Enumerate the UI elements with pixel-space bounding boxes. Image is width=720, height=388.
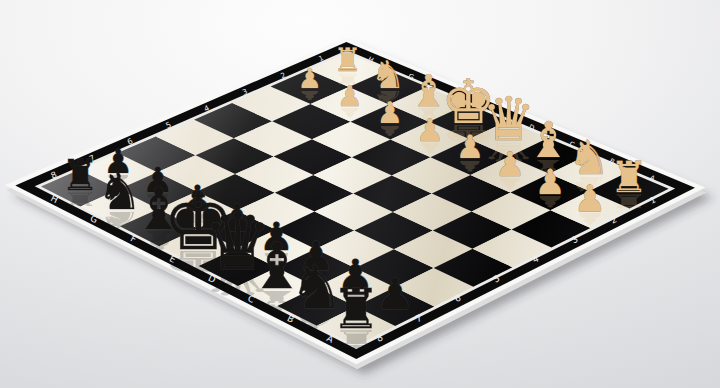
piece-white-pawn-b2[interactable]: ♟ [534,162,565,202]
piece-white-knight-g1[interactable]: ♞ [371,52,406,97]
piece-white-pawn-d2[interactable]: ♟ [455,128,484,166]
piece-white-pawn-h2[interactable]: ♟ [297,63,321,94]
piece-black-pawn-a7[interactable]: ♟ [376,269,415,319]
chess-scene: 8877665544332211HHGGFFEEDDCCBBAA♜♜♟♟♞♞♝♝… [0,0,720,388]
piece-white-pawn-g2[interactable]: ♟ [337,80,363,113]
piece-white-rook-h1[interactable]: ♜ [334,41,363,79]
chess-board-3d: 8877665544332211HHGGFFEEDDCCBBAA♜♜♟♟♞♞♝♝… [0,0,720,388]
piece-white-bishop-c1[interactable]: ♝ [527,111,571,169]
piece-white-pawn-e2[interactable]: ♟ [416,112,444,148]
piece-white-rook-a1[interactable]: ♜ [610,152,648,202]
piece-white-pawn-a2[interactable]: ♟ [574,178,606,219]
piece-white-pawn-f2[interactable]: ♟ [376,95,403,130]
piece-black-rook-a8[interactable]: ♜ [331,277,380,341]
piece-black-rook-h8[interactable]: ♜ [61,150,99,200]
piece-white-pawn-c2[interactable]: ♟ [495,145,525,184]
